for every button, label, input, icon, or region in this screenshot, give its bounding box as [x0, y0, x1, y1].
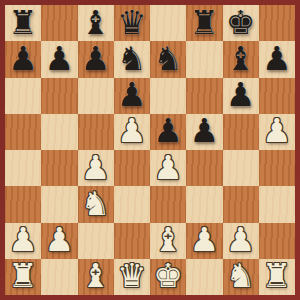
square-d4[interactable]	[114, 150, 150, 186]
square-a3[interactable]	[5, 186, 41, 222]
square-d8[interactable]: ♛	[114, 5, 150, 41]
black-knight: ♞	[117, 42, 147, 75]
square-c8[interactable]: ♝	[78, 5, 114, 41]
white-rook: ♜	[262, 259, 292, 292]
white-knight: ♞	[81, 187, 111, 220]
square-a8[interactable]: ♜	[5, 5, 41, 41]
square-f5[interactable]: ♟	[186, 114, 222, 150]
square-f1[interactable]	[186, 259, 222, 295]
square-a5[interactable]	[5, 114, 41, 150]
black-pawn: ♟	[262, 42, 292, 75]
black-pawn: ♟	[190, 114, 220, 147]
square-a4[interactable]	[5, 150, 41, 186]
square-b1[interactable]	[41, 259, 77, 295]
square-f4[interactable]	[186, 150, 222, 186]
white-pawn: ♟	[190, 223, 220, 256]
square-c3[interactable]: ♞	[78, 186, 114, 222]
square-a7[interactable]: ♟	[5, 41, 41, 77]
square-e1[interactable]: ♚	[150, 259, 186, 295]
square-e5[interactable]: ♟	[150, 114, 186, 150]
white-king: ♚	[153, 259, 183, 292]
white-knight: ♞	[226, 259, 256, 292]
square-b5[interactable]	[41, 114, 77, 150]
square-b2[interactable]: ♟	[41, 223, 77, 259]
white-pawn: ♟	[8, 223, 38, 256]
square-e2[interactable]: ♝	[150, 223, 186, 259]
square-g5[interactable]	[223, 114, 259, 150]
black-rook: ♜	[8, 6, 38, 39]
square-g2[interactable]: ♟	[223, 223, 259, 259]
square-f7[interactable]	[186, 41, 222, 77]
white-pawn: ♟	[81, 151, 111, 184]
black-pawn: ♟	[45, 42, 75, 75]
square-d7[interactable]: ♞	[114, 41, 150, 77]
square-b6[interactable]	[41, 78, 77, 114]
square-h4[interactable]	[259, 150, 295, 186]
square-h6[interactable]	[259, 78, 295, 114]
square-g4[interactable]	[223, 150, 259, 186]
black-king: ♚	[226, 6, 256, 39]
black-bishop: ♝	[226, 42, 256, 75]
square-c7[interactable]: ♟	[78, 41, 114, 77]
square-b4[interactable]	[41, 150, 77, 186]
white-rook: ♜	[8, 259, 38, 292]
square-f8[interactable]: ♜	[186, 5, 222, 41]
square-f6[interactable]	[186, 78, 222, 114]
square-c4[interactable]: ♟	[78, 150, 114, 186]
white-pawn: ♟	[45, 223, 75, 256]
white-pawn: ♟	[153, 151, 183, 184]
square-b7[interactable]: ♟	[41, 41, 77, 77]
black-rook: ♜	[190, 6, 220, 39]
square-b8[interactable]	[41, 5, 77, 41]
white-bishop: ♝	[81, 259, 111, 292]
board-frame: ♜♝♛♜♚♟♟♟♞♞♝♟♟♟♟♟♟♟♟♟♞♟♟♝♟♟♜♝♛♚♞♜	[0, 0, 300, 300]
black-pawn: ♟	[153, 114, 183, 147]
black-pawn: ♟	[8, 42, 38, 75]
black-pawn: ♟	[226, 78, 256, 111]
black-pawn: ♟	[117, 78, 147, 111]
square-g7[interactable]: ♝	[223, 41, 259, 77]
square-d5[interactable]: ♟	[114, 114, 150, 150]
black-bishop: ♝	[81, 6, 111, 39]
square-h8[interactable]	[259, 5, 295, 41]
square-h5[interactable]: ♟	[259, 114, 295, 150]
square-f3[interactable]	[186, 186, 222, 222]
square-a6[interactable]	[5, 78, 41, 114]
square-c6[interactable]	[78, 78, 114, 114]
square-d2[interactable]	[114, 223, 150, 259]
square-a2[interactable]: ♟	[5, 223, 41, 259]
black-knight: ♞	[153, 42, 183, 75]
square-g6[interactable]: ♟	[223, 78, 259, 114]
square-e4[interactable]: ♟	[150, 150, 186, 186]
square-f2[interactable]: ♟	[186, 223, 222, 259]
white-pawn: ♟	[117, 114, 147, 147]
square-c2[interactable]	[78, 223, 114, 259]
black-pawn: ♟	[81, 42, 111, 75]
square-h2[interactable]	[259, 223, 295, 259]
square-d3[interactable]	[114, 186, 150, 222]
square-e8[interactable]	[150, 5, 186, 41]
chess-board: ♜♝♛♜♚♟♟♟♞♞♝♟♟♟♟♟♟♟♟♟♞♟♟♝♟♟♜♝♛♚♞♜	[5, 5, 295, 295]
square-g3[interactable]	[223, 186, 259, 222]
square-a1[interactable]: ♜	[5, 259, 41, 295]
white-bishop: ♝	[153, 223, 183, 256]
white-queen: ♛	[117, 259, 147, 292]
square-d6[interactable]: ♟	[114, 78, 150, 114]
square-h1[interactable]: ♜	[259, 259, 295, 295]
square-c1[interactable]: ♝	[78, 259, 114, 295]
white-pawn: ♟	[226, 223, 256, 256]
square-e3[interactable]	[150, 186, 186, 222]
square-d1[interactable]: ♛	[114, 259, 150, 295]
square-e6[interactable]	[150, 78, 186, 114]
square-c5[interactable]	[78, 114, 114, 150]
black-queen: ♛	[117, 6, 147, 39]
square-g8[interactable]: ♚	[223, 5, 259, 41]
square-b3[interactable]	[41, 186, 77, 222]
square-g1[interactable]: ♞	[223, 259, 259, 295]
white-pawn: ♟	[262, 114, 292, 147]
square-e7[interactable]: ♞	[150, 41, 186, 77]
square-h7[interactable]: ♟	[259, 41, 295, 77]
square-h3[interactable]	[259, 186, 295, 222]
